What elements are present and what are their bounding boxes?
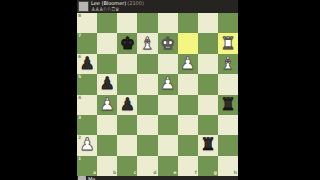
- square-f1[interactable]: f: [178, 156, 198, 176]
- square-f2[interactable]: [178, 135, 198, 155]
- black-king[interactable]: ♚: [117, 33, 137, 53]
- square-g5[interactable]: [198, 74, 218, 94]
- square-e8[interactable]: [158, 13, 178, 33]
- square-e2[interactable]: [158, 135, 178, 155]
- square-c5[interactable]: [117, 74, 137, 94]
- square-c2[interactable]: [117, 135, 137, 155]
- square-e3[interactable]: [158, 115, 178, 135]
- square-c1[interactable]: c: [117, 156, 137, 176]
- square-e4[interactable]: [158, 95, 178, 115]
- square-c3[interactable]: [117, 115, 137, 135]
- opponent-rating: (2100): [127, 0, 144, 6]
- rank-label-5: 5: [78, 75, 81, 80]
- square-d3[interactable]: [137, 115, 157, 135]
- white-rook[interactable]: ♜: [218, 33, 238, 53]
- file-label-e: e: [174, 171, 177, 176]
- square-g3[interactable]: [198, 115, 218, 135]
- white-pawn[interactable]: ♟: [77, 135, 97, 155]
- square-c4[interactable]: ♟: [117, 95, 137, 115]
- chess-app: Lee (Bloomer)(2100) ♙♙♙♘♘♖♕ 87♚♝♚♜6♟♟♝5♟…: [77, 0, 238, 180]
- square-b8[interactable]: [97, 13, 117, 33]
- square-b7[interactable]: [97, 33, 117, 53]
- white-bishop[interactable]: ♝: [137, 33, 157, 53]
- square-h4[interactable]: ♜: [218, 95, 238, 115]
- square-c7[interactable]: ♚: [117, 33, 137, 53]
- captured-pieces-tray: ♙♙♙♘♘♖♕: [91, 7, 144, 12]
- square-e1[interactable]: e: [158, 156, 178, 176]
- square-c8[interactable]: [117, 13, 137, 33]
- square-a2[interactable]: 2♟: [77, 135, 97, 155]
- white-bishop[interactable]: ♝: [218, 54, 238, 74]
- square-a7[interactable]: 7: [77, 33, 97, 53]
- square-h6[interactable]: ♝: [218, 54, 238, 74]
- rank-label-3: 3: [78, 116, 81, 121]
- file-label-f: f: [195, 171, 197, 176]
- square-g7[interactable]: [198, 33, 218, 53]
- square-b6[interactable]: [97, 54, 117, 74]
- opponent-bar[interactable]: Lee (Bloomer)(2100) ♙♙♙♘♘♖♕: [77, 0, 238, 13]
- rank-label-4: 4: [78, 96, 81, 101]
- black-rook[interactable]: ♜: [198, 135, 218, 155]
- square-d1[interactable]: d: [137, 156, 157, 176]
- file-label-c: c: [134, 171, 137, 176]
- rank-label-7: 7: [78, 34, 81, 39]
- square-d6[interactable]: [137, 54, 157, 74]
- square-h7[interactable]: ♜: [218, 33, 238, 53]
- square-b2[interactable]: [97, 135, 117, 155]
- square-g8[interactable]: [198, 13, 218, 33]
- square-f8[interactable]: [178, 13, 198, 33]
- player-bar[interactable]: Me: [77, 176, 238, 180]
- rank-label-1: 1: [78, 157, 81, 162]
- square-b4[interactable]: ♟: [97, 95, 117, 115]
- square-d4[interactable]: [137, 95, 157, 115]
- square-c6[interactable]: [117, 54, 137, 74]
- square-a4[interactable]: 4: [77, 95, 97, 115]
- file-label-d: d: [153, 171, 156, 176]
- file-label-a: a: [93, 171, 96, 176]
- file-label-b: b: [113, 171, 116, 176]
- square-h1[interactable]: h: [218, 156, 238, 176]
- square-a5[interactable]: 5: [77, 74, 97, 94]
- opponent-info: Lee (Bloomer)(2100) ♙♙♙♘♘♖♕: [91, 1, 144, 12]
- opponent-avatar[interactable]: [78, 1, 89, 12]
- black-pawn[interactable]: ♟: [77, 54, 97, 74]
- square-a8[interactable]: 8: [77, 13, 97, 33]
- square-e6[interactable]: [158, 54, 178, 74]
- square-f3[interactable]: [178, 115, 198, 135]
- white-pawn[interactable]: ♟: [158, 74, 178, 94]
- square-f5[interactable]: [178, 74, 198, 94]
- square-g4[interactable]: [198, 95, 218, 115]
- white-pawn[interactable]: ♟: [178, 54, 198, 74]
- square-h3[interactable]: [218, 115, 238, 135]
- square-a6[interactable]: 6♟: [77, 54, 97, 74]
- square-d5[interactable]: [137, 74, 157, 94]
- square-a1[interactable]: 1a: [77, 156, 97, 176]
- square-f6[interactable]: ♟: [178, 54, 198, 74]
- square-f4[interactable]: [178, 95, 198, 115]
- player-avatar[interactable]: [78, 176, 86, 180]
- file-label-h: h: [234, 171, 237, 176]
- square-h5[interactable]: [218, 74, 238, 94]
- square-f7[interactable]: [178, 33, 198, 53]
- square-g1[interactable]: g: [198, 156, 218, 176]
- square-e7[interactable]: ♚: [158, 33, 178, 53]
- square-g6[interactable]: [198, 54, 218, 74]
- square-d7[interactable]: ♝: [137, 33, 157, 53]
- white-king[interactable]: ♚: [158, 33, 178, 53]
- rank-label-8: 8: [78, 14, 81, 19]
- black-pawn[interactable]: ♟: [117, 95, 137, 115]
- file-label-g: g: [214, 171, 217, 176]
- square-b3[interactable]: [97, 115, 117, 135]
- letterbox-background: Lee (Bloomer)(2100) ♙♙♙♘♘♖♕ 87♚♝♚♜6♟♟♝5♟…: [0, 0, 320, 180]
- square-d8[interactable]: [137, 13, 157, 33]
- black-rook[interactable]: ♜: [218, 95, 238, 115]
- square-e5[interactable]: ♟: [158, 74, 178, 94]
- black-pawn[interactable]: ♟: [97, 74, 117, 94]
- square-b5[interactable]: ♟: [97, 74, 117, 94]
- square-d2[interactable]: [137, 135, 157, 155]
- square-g2[interactable]: ♜: [198, 135, 218, 155]
- square-b1[interactable]: b: [97, 156, 117, 176]
- square-h8[interactable]: [218, 13, 238, 33]
- player-name: Me: [88, 177, 95, 180]
- chess-board[interactable]: 87♚♝♚♜6♟♟♝5♟♟4♟♟♜32♟♜1abcdefgh: [77, 13, 238, 176]
- white-pawn[interactable]: ♟: [97, 95, 117, 115]
- square-h2[interactable]: [218, 135, 238, 155]
- square-a3[interactable]: 3: [77, 115, 97, 135]
